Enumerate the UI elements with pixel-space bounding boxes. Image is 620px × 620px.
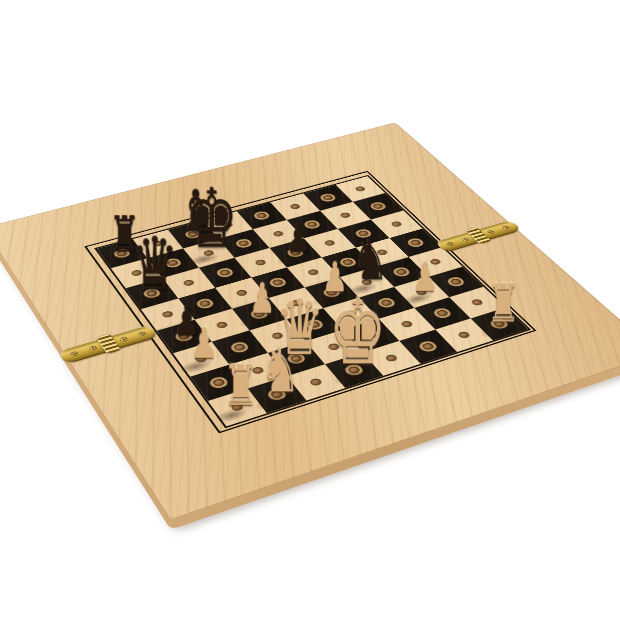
peg-hole (457, 331, 471, 339)
screw-icon (137, 331, 147, 337)
peg-hole (354, 186, 366, 192)
square-a1[interactable]: ♜ (208, 389, 267, 427)
brass-hinge-right (434, 220, 522, 253)
hinge-knuckle-icon (96, 334, 121, 354)
screw-icon (486, 230, 495, 235)
peg-hole (435, 309, 449, 317)
peg-hole (289, 203, 301, 210)
black-king-glyph[interactable]: ♚ (180, 181, 243, 256)
square-h1[interactable]: ♜ (471, 308, 528, 341)
black-pawn-glyph[interactable]: ♟ (267, 220, 330, 256)
screw-icon (119, 337, 129, 343)
peg-hole (372, 203, 385, 210)
white-king-glyph[interactable]: ♚ (323, 291, 393, 374)
white-rook-glyph[interactable]: ♜ (470, 280, 537, 328)
peg-hole (218, 269, 231, 277)
screw-icon (461, 237, 470, 242)
peg-hole (409, 239, 422, 246)
chess-grid: ♜♝♚♛♟♟♟♟♞♟♟♛♜♞♚♜ (94, 175, 531, 428)
peg-hole (421, 342, 435, 351)
peg-hole (339, 212, 352, 219)
peg-hole (322, 194, 334, 201)
square-d1[interactable]: ♚ (325, 352, 383, 388)
peg-hole (254, 259, 267, 266)
peg-hole (390, 221, 403, 228)
photo-canvas: { "game": "chess", "set_type": "wooden f… (0, 0, 620, 620)
black-queen-glyph[interactable]: ♛ (122, 230, 187, 297)
screw-icon (69, 351, 79, 357)
peg-hole (400, 320, 414, 328)
white-pawn-glyph[interactable]: ♟ (393, 259, 458, 296)
peg-hole (255, 212, 268, 219)
screw-icon (501, 225, 510, 230)
white-rook-glyph[interactable]: ♜ (205, 360, 277, 411)
square-g3[interactable]: ♟ (394, 277, 449, 308)
brass-hinge-left (57, 324, 158, 364)
